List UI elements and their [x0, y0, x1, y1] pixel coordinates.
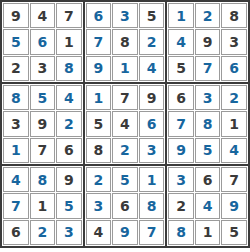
- sudoku-box-6: 632781954: [167, 84, 248, 164]
- cell-r8c2[interactable]: 1: [30, 193, 56, 218]
- cell-r3c1[interactable]: 2: [3, 56, 29, 81]
- sudoku-box-1: 947561238: [2, 2, 83, 82]
- sudoku-box-7: 489715623: [2, 166, 83, 246]
- cell-r3c5[interactable]: 1: [112, 56, 138, 81]
- cell-r2c9[interactable]: 3: [221, 29, 247, 54]
- cell-r8c7[interactable]: 2: [168, 193, 194, 218]
- cell-r3c7[interactable]: 5: [168, 56, 194, 81]
- cell-r8c5[interactable]: 6: [112, 193, 138, 218]
- cell-r6c5[interactable]: 2: [112, 138, 138, 163]
- cell-r5c7[interactable]: 7: [168, 111, 194, 136]
- cell-r3c3[interactable]: 8: [56, 56, 82, 81]
- cell-r9c4[interactable]: 4: [86, 220, 112, 245]
- cell-r9c8[interactable]: 1: [195, 220, 221, 245]
- cell-r7c9[interactable]: 7: [221, 167, 247, 192]
- cell-r1c1[interactable]: 9: [3, 3, 29, 28]
- cell-r1c5[interactable]: 3: [112, 3, 138, 28]
- cell-r9c6[interactable]: 7: [139, 220, 165, 245]
- cell-r2c3[interactable]: 1: [56, 29, 82, 54]
- cell-r2c5[interactable]: 8: [112, 29, 138, 54]
- sudoku-box-5: 179546823: [85, 84, 166, 164]
- cell-r1c3[interactable]: 7: [56, 3, 82, 28]
- cell-r6c1[interactable]: 1: [3, 138, 29, 163]
- cell-r5c8[interactable]: 8: [195, 111, 221, 136]
- cell-r4c9[interactable]: 2: [221, 85, 247, 110]
- cell-r3c2[interactable]: 3: [30, 56, 56, 81]
- cell-r7c5[interactable]: 5: [112, 167, 138, 192]
- cell-r1c8[interactable]: 2: [195, 3, 221, 28]
- cell-r5c3[interactable]: 2: [56, 111, 82, 136]
- cell-r2c1[interactable]: 5: [3, 29, 29, 54]
- cell-r1c6[interactable]: 5: [139, 3, 165, 28]
- cell-r7c7[interactable]: 3: [168, 167, 194, 192]
- cell-r6c2[interactable]: 7: [30, 138, 56, 163]
- cell-r9c9[interactable]: 5: [221, 220, 247, 245]
- cell-r7c3[interactable]: 9: [56, 167, 82, 192]
- cell-r5c9[interactable]: 1: [221, 111, 247, 136]
- cell-r1c2[interactable]: 4: [30, 3, 56, 28]
- cell-r9c2[interactable]: 2: [30, 220, 56, 245]
- cell-r2c4[interactable]: 7: [86, 29, 112, 54]
- cell-r8c6[interactable]: 8: [139, 193, 165, 218]
- cell-r8c4[interactable]: 3: [86, 193, 112, 218]
- cell-r7c6[interactable]: 1: [139, 167, 165, 192]
- cell-r1c9[interactable]: 8: [221, 3, 247, 28]
- sudoku-board: 9475612386357829141284935768543921761795…: [0, 0, 250, 248]
- cell-r5c5[interactable]: 4: [112, 111, 138, 136]
- cell-r4c5[interactable]: 7: [112, 85, 138, 110]
- cell-r4c4[interactable]: 1: [86, 85, 112, 110]
- sudoku-box-2: 635782914: [85, 2, 166, 82]
- cell-r8c1[interactable]: 7: [3, 193, 29, 218]
- sudoku-box-4: 854392176: [2, 84, 83, 164]
- cell-r3c6[interactable]: 4: [139, 56, 165, 81]
- cell-r6c3[interactable]: 6: [56, 138, 82, 163]
- cell-r4c7[interactable]: 6: [168, 85, 194, 110]
- cell-r5c1[interactable]: 3: [3, 111, 29, 136]
- cell-r5c2[interactable]: 9: [30, 111, 56, 136]
- cell-r7c8[interactable]: 6: [195, 167, 221, 192]
- cell-r3c9[interactable]: 6: [221, 56, 247, 81]
- cell-r6c8[interactable]: 5: [195, 138, 221, 163]
- cell-r9c3[interactable]: 3: [56, 220, 82, 245]
- cell-r2c2[interactable]: 6: [30, 29, 56, 54]
- cell-r5c4[interactable]: 5: [86, 111, 112, 136]
- cell-r4c6[interactable]: 9: [139, 85, 165, 110]
- cell-r2c6[interactable]: 2: [139, 29, 165, 54]
- cell-r9c1[interactable]: 6: [3, 220, 29, 245]
- cell-r6c7[interactable]: 9: [168, 138, 194, 163]
- cell-r4c8[interactable]: 3: [195, 85, 221, 110]
- cell-r8c9[interactable]: 9: [221, 193, 247, 218]
- cell-r4c1[interactable]: 8: [3, 85, 29, 110]
- cell-r2c7[interactable]: 4: [168, 29, 194, 54]
- cell-r9c5[interactable]: 9: [112, 220, 138, 245]
- sudoku-box-3: 128493576: [167, 2, 248, 82]
- cell-r1c7[interactable]: 1: [168, 3, 194, 28]
- cell-r1c4[interactable]: 6: [86, 3, 112, 28]
- cell-r6c9[interactable]: 4: [221, 138, 247, 163]
- cell-r7c4[interactable]: 2: [86, 167, 112, 192]
- cell-r4c2[interactable]: 5: [30, 85, 56, 110]
- cell-r9c7[interactable]: 8: [168, 220, 194, 245]
- cell-r2c8[interactable]: 9: [195, 29, 221, 54]
- cell-r3c4[interactable]: 9: [86, 56, 112, 81]
- cell-r4c3[interactable]: 4: [56, 85, 82, 110]
- cell-r6c4[interactable]: 8: [86, 138, 112, 163]
- cell-r7c2[interactable]: 8: [30, 167, 56, 192]
- sudoku-box-9: 367249815: [167, 166, 248, 246]
- cell-r8c8[interactable]: 4: [195, 193, 221, 218]
- cell-r5c6[interactable]: 6: [139, 111, 165, 136]
- cell-r8c3[interactable]: 5: [56, 193, 82, 218]
- cell-r6c6[interactable]: 3: [139, 138, 165, 163]
- sudoku-box-8: 251368497: [85, 166, 166, 246]
- cell-r3c8[interactable]: 7: [195, 56, 221, 81]
- cell-r7c1[interactable]: 4: [3, 167, 29, 192]
